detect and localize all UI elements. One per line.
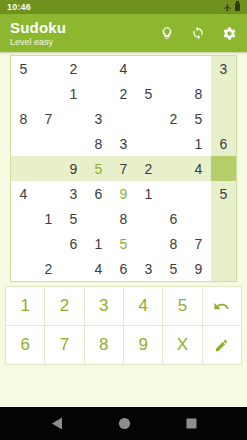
cell-r9c8[interactable]: 9 [186, 256, 212, 281]
cell-r7c1[interactable] [11, 206, 37, 232]
cell-r5c6[interactable]: 2 [136, 156, 163, 182]
undo-button[interactable] [203, 287, 241, 325]
cell-r8c9[interactable] [211, 231, 236, 257]
cell-r9c2[interactable]: 2 [36, 256, 62, 281]
cell-r2c6[interactable]: 5 [136, 81, 163, 107]
cell-r7c9[interactable] [211, 206, 236, 232]
clock: 10:46 [7, 2, 31, 12]
restart-icon[interactable] [191, 26, 205, 40]
back-icon[interactable] [51, 417, 63, 430]
title-block: Sudoku Level easy [10, 19, 66, 48]
numpad-7[interactable]: 7 [45, 326, 83, 364]
cell-r4c3[interactable] [61, 131, 88, 157]
cell-r1c6[interactable] [136, 56, 163, 82]
cell-r3c2[interactable]: 7 [36, 106, 62, 133]
cell-r7c2[interactable]: 1 [36, 206, 62, 232]
android-nav-bar [0, 407, 247, 440]
cell-r4c1[interactable] [11, 131, 37, 157]
pencil-icon [214, 338, 229, 353]
cell-r7c6[interactable] [136, 206, 163, 232]
settings-gear-icon[interactable] [222, 26, 237, 41]
cell-r9c7[interactable]: 5 [161, 256, 187, 281]
cell-r3c5[interactable] [111, 106, 137, 133]
clear-button[interactable]: X [163, 326, 201, 364]
level-subtitle: Level easy [10, 37, 66, 47]
cell-r3c3[interactable] [61, 106, 88, 133]
status-bar: 10:46 [0, 0, 247, 14]
numpad: 123456789X [5, 286, 242, 365]
cell-r5c1[interactable] [11, 156, 37, 182]
cell-r1c2[interactable] [36, 56, 62, 82]
cell-r8c5[interactable]: 5 [111, 231, 137, 257]
cell-r7c7[interactable]: 6 [161, 206, 187, 232]
cell-r4c7[interactable] [161, 131, 187, 157]
cell-r2c7[interactable] [161, 81, 187, 107]
cell-r3c8[interactable]: 5 [186, 106, 212, 133]
cell-r4c4[interactable]: 8 [86, 131, 112, 157]
cell-r2c4[interactable] [86, 81, 112, 107]
cell-r7c3[interactable]: 5 [61, 206, 88, 232]
cell-r4c2[interactable] [36, 131, 62, 157]
cell-r8c7[interactable]: 8 [161, 231, 187, 257]
cell-r3c9[interactable] [211, 106, 236, 133]
cell-r6c2[interactable] [36, 181, 62, 208]
sudoku-board: 5243125887325831695724436915158661587246… [10, 55, 237, 282]
cell-r1c9[interactable]: 3 [211, 56, 236, 82]
cell-r6c5[interactable]: 9 [111, 181, 137, 208]
numpad-1[interactable]: 1 [6, 287, 44, 325]
cell-r8c4[interactable]: 1 [86, 231, 112, 257]
cell-r5c5[interactable]: 7 [111, 156, 137, 182]
airplane-icon [223, 3, 232, 12]
undo-icon [213, 298, 230, 315]
main-content: 5243125887325831695724436915158661587246… [0, 52, 247, 407]
numpad-3[interactable]: 3 [85, 287, 123, 325]
status-icons [223, 3, 240, 12]
cell-r6c7[interactable] [161, 181, 187, 208]
phone-screen: 10:46 Sudoku Level easy 5243125887325831… [0, 0, 247, 440]
cell-r6c4[interactable]: 6 [86, 181, 112, 208]
cell-r1c3[interactable]: 2 [61, 56, 88, 82]
cell-r6c8[interactable] [186, 181, 212, 208]
cell-r7c4[interactable] [86, 206, 112, 232]
cell-r5c9[interactable] [211, 156, 236, 182]
cell-r4c5[interactable]: 3 [111, 131, 137, 157]
cell-r8c1[interactable] [11, 231, 37, 257]
cell-r3c6[interactable] [136, 106, 163, 133]
cell-r5c2[interactable] [36, 156, 62, 182]
cell-r4c8[interactable]: 1 [186, 131, 212, 157]
cell-r8c6[interactable] [136, 231, 163, 257]
cell-r6c3[interactable]: 3 [61, 181, 88, 208]
cell-r1c4[interactable] [86, 56, 112, 82]
cell-r1c5[interactable]: 4 [111, 56, 137, 82]
hint-lightbulb-icon[interactable] [160, 26, 174, 40]
cell-r6c1[interactable]: 4 [11, 181, 37, 208]
cell-r6c6[interactable]: 1 [136, 181, 163, 208]
battery-icon [235, 3, 240, 11]
appbar-actions [160, 26, 237, 41]
numpad-9[interactable]: 9 [124, 326, 162, 364]
home-icon[interactable] [118, 417, 131, 430]
cell-r9c5[interactable]: 6 [111, 256, 137, 281]
cell-r6c9[interactable]: 5 [211, 181, 236, 208]
cell-r1c1[interactable]: 5 [11, 56, 37, 82]
cell-r3c4[interactable]: 3 [86, 106, 112, 133]
cell-r8c2[interactable] [36, 231, 62, 257]
cell-r4c6[interactable] [136, 131, 163, 157]
cell-r9c4[interactable]: 4 [86, 256, 112, 281]
cell-r8c3[interactable]: 6 [61, 231, 88, 257]
cell-r9c9[interactable] [211, 256, 236, 281]
cell-r5c7[interactable] [161, 156, 187, 182]
cell-r2c5[interactable]: 2 [111, 81, 137, 107]
cell-r2c3[interactable]: 1 [61, 81, 88, 107]
cell-r7c5[interactable]: 8 [111, 206, 137, 232]
app-bar: Sudoku Level easy [0, 14, 247, 52]
cell-r8c8[interactable]: 7 [186, 231, 212, 257]
cell-r2c9[interactable] [211, 81, 236, 107]
cell-r9c6[interactable]: 3 [136, 256, 163, 281]
numpad-6[interactable]: 6 [6, 326, 44, 364]
numpad-2[interactable]: 2 [45, 287, 83, 325]
numpad-4[interactable]: 4 [124, 287, 162, 325]
cell-r7c8[interactable] [186, 206, 212, 232]
page-title: Sudoku [10, 19, 66, 36]
recents-icon[interactable] [186, 418, 197, 429]
cell-r2c1[interactable] [11, 81, 37, 107]
numpad-8[interactable]: 8 [85, 326, 123, 364]
cell-r1c8[interactable] [186, 56, 212, 82]
numpad-5[interactable]: 5 [163, 287, 201, 325]
cell-r4c9[interactable]: 6 [211, 131, 236, 157]
cell-r9c3[interactable] [61, 256, 88, 281]
cell-r3c7[interactable]: 2 [161, 106, 187, 133]
cell-r5c8[interactable]: 4 [186, 156, 212, 182]
cell-r3c1[interactable]: 8 [11, 106, 37, 133]
cell-r5c3[interactable]: 9 [61, 156, 88, 182]
cell-r2c8[interactable]: 8 [186, 81, 212, 107]
cell-r5c4[interactable]: 5 [86, 156, 112, 182]
cell-r9c1[interactable] [11, 256, 37, 281]
cell-r1c7[interactable] [161, 56, 187, 82]
cell-r2c2[interactable] [36, 81, 62, 107]
pencil-button[interactable] [203, 326, 241, 364]
